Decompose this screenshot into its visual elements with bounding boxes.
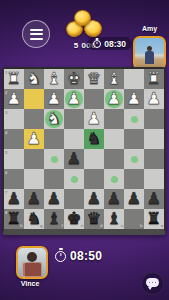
rank-label-1: 1 xyxy=(5,70,7,74)
piece-white-pawn-f2[interactable]: ♟ xyxy=(44,89,64,109)
player-avatar[interactable] xyxy=(16,246,48,279)
piece-white-pawn-a2[interactable]: ♟ xyxy=(144,89,164,109)
piece-white-pawn-d3[interactable]: ♟ xyxy=(84,109,104,129)
file-label-f: f xyxy=(62,224,63,228)
square-g6[interactable] xyxy=(24,169,44,189)
file-label-d: d xyxy=(100,224,103,228)
square-d6[interactable] xyxy=(84,169,104,189)
piece-black-pawn-g7[interactable]: ♟ xyxy=(24,189,44,209)
square-a6[interactable] xyxy=(144,169,164,189)
piece-black-pawn-f7[interactable]: ♟ xyxy=(44,189,64,209)
square-c5[interactable] xyxy=(104,149,124,169)
rank-label-6: 6 xyxy=(5,170,7,174)
piece-black-pawn-d7[interactable]: ♟ xyxy=(84,189,104,209)
chess-board: ♜1♞♝♚♛♝♜♟2♟♟♟♟♟3♞♟4♟♞5♟6♟7♟♟♟♟♟♟♜8h♞g♝f♚… xyxy=(4,69,164,229)
file-label-g: g xyxy=(40,224,43,228)
rank-label-2: 2 xyxy=(5,90,7,94)
hamburger-icon xyxy=(30,33,43,35)
player-clock-value: 08:50 xyxy=(70,249,102,263)
piece-white-pawn-g4[interactable]: ♟ xyxy=(24,129,44,149)
square-b6[interactable] xyxy=(124,169,144,189)
square-f8[interactable]: ♝f xyxy=(44,209,64,229)
square-a7[interactable]: ♟ xyxy=(144,189,164,209)
stopwatch-icon xyxy=(55,251,66,262)
file-label-h: h xyxy=(20,224,23,228)
square-a1[interactable]: ♜ xyxy=(144,69,164,89)
square-h5[interactable]: 5 xyxy=(4,149,24,169)
square-a3[interactable] xyxy=(144,109,164,129)
piece-white-bishop-c1[interactable]: ♝ xyxy=(104,69,124,89)
square-c7[interactable]: ♟ xyxy=(104,189,124,209)
square-h1[interactable]: ♜1 xyxy=(4,69,24,89)
square-e1[interactable]: ♚ xyxy=(64,69,84,89)
file-label-a: a xyxy=(161,224,163,228)
person-silhouette xyxy=(27,252,37,262)
person-silhouette xyxy=(22,262,42,277)
square-e4[interactable] xyxy=(64,129,84,149)
square-a5[interactable] xyxy=(144,149,164,169)
move-hint-dot xyxy=(131,156,138,163)
piece-black-pawn-c7[interactable]: ♟ xyxy=(104,189,124,209)
square-d2[interactable] xyxy=(84,89,104,109)
file-label-e: e xyxy=(81,224,83,228)
square-g8[interactable]: ♞g xyxy=(24,209,44,229)
move-hint-dot xyxy=(131,116,138,123)
square-f5[interactable] xyxy=(44,149,64,169)
square-e7[interactable] xyxy=(64,189,84,209)
square-g3[interactable] xyxy=(24,109,44,129)
square-c4[interactable] xyxy=(104,129,124,149)
square-b4[interactable] xyxy=(124,129,144,149)
square-f2[interactable]: ♟ xyxy=(44,89,64,109)
square-a4[interactable] xyxy=(144,129,164,149)
piece-black-pawn-e5[interactable]: ♟ xyxy=(64,149,84,169)
hamburger-icon xyxy=(30,38,43,40)
square-b8[interactable]: b xyxy=(124,209,144,229)
hamburger-icon xyxy=(30,29,43,31)
chess-app-screen: 5 000 Amy 08:30 ♜1♞♝♚♛♝♜♟2♟♟♟♟♟3♞♟4♟♞5♟6… xyxy=(0,0,169,300)
square-b7[interactable]: ♟ xyxy=(124,189,144,209)
player-timer: 08:50 xyxy=(55,249,102,263)
square-c2[interactable]: ♟ xyxy=(104,89,124,109)
square-g5[interactable] xyxy=(24,149,44,169)
person-silhouette xyxy=(145,51,154,64)
square-g7[interactable]: ♟ xyxy=(24,189,44,209)
square-e6[interactable] xyxy=(64,169,84,189)
move-hint-dot xyxy=(111,176,118,183)
piece-white-queen-d1[interactable]: ♛ xyxy=(84,69,104,89)
piece-white-knight-f3[interactable]: ♞ xyxy=(44,109,64,129)
square-d1[interactable]: ♛ xyxy=(84,69,104,89)
piece-white-pawn-c2[interactable]: ♟ xyxy=(104,89,124,109)
piece-white-bishop-f1[interactable]: ♝ xyxy=(44,69,64,89)
square-b3[interactable] xyxy=(124,109,144,129)
file-label-b: b xyxy=(140,224,143,228)
move-hint-dot xyxy=(51,156,58,163)
piece-white-rook-a1[interactable]: ♜ xyxy=(144,69,164,89)
square-b5[interactable] xyxy=(124,149,144,169)
square-e3[interactable] xyxy=(64,109,84,129)
square-h8[interactable]: ♜8h xyxy=(4,209,24,229)
square-f6[interactable] xyxy=(44,169,64,189)
player-photo xyxy=(18,248,46,277)
square-c3[interactable] xyxy=(104,109,124,129)
piece-white-pawn-e2[interactable]: ♟ xyxy=(64,89,84,109)
file-label-c: c xyxy=(121,224,123,228)
square-e2[interactable]: ♟ xyxy=(64,89,84,109)
opponent-photo xyxy=(135,38,164,68)
piece-black-knight-d4[interactable]: ♞ xyxy=(84,129,104,149)
piece-black-pawn-a7[interactable]: ♟ xyxy=(144,189,164,209)
square-h2[interactable]: ♟2 xyxy=(4,89,24,109)
square-d8[interactable]: ♛d xyxy=(84,209,104,229)
square-c6[interactable] xyxy=(104,169,124,189)
opponent-clock-value: 08:30 xyxy=(104,39,126,49)
opponent-name: Amy xyxy=(131,25,168,32)
opponent-avatar[interactable] xyxy=(133,36,166,70)
square-c1[interactable]: ♝ xyxy=(104,69,124,89)
square-f3[interactable]: ♞ xyxy=(44,109,64,129)
rank-label-7: 7 xyxy=(5,190,7,194)
menu-button[interactable] xyxy=(22,20,50,48)
rank-label-3: 3 xyxy=(5,110,7,114)
square-a2[interactable]: ♟ xyxy=(144,89,164,109)
square-f4[interactable] xyxy=(44,129,64,149)
square-h6[interactable]: 6 xyxy=(4,169,24,189)
square-g1[interactable]: ♞ xyxy=(24,69,44,89)
square-h3[interactable]: 3 xyxy=(4,109,24,129)
chat-button[interactable] xyxy=(141,272,164,295)
rank-label-8: 8 xyxy=(5,210,7,214)
piece-white-knight-g1[interactable]: ♞ xyxy=(24,69,44,89)
square-h4[interactable]: 4 xyxy=(4,129,24,149)
square-d3[interactable]: ♟ xyxy=(84,109,104,129)
piece-black-pawn-b7[interactable]: ♟ xyxy=(124,189,144,209)
square-e8[interactable]: ♚e xyxy=(64,209,84,229)
move-hint-dot xyxy=(71,176,78,183)
square-d7[interactable]: ♟ xyxy=(84,189,104,209)
square-b2[interactable]: ♟ xyxy=(124,89,144,109)
square-c8[interactable]: ♝c xyxy=(104,209,124,229)
rank-label-4: 4 xyxy=(5,130,7,134)
rank-label-5: 5 xyxy=(5,150,7,154)
square-f1[interactable]: ♝ xyxy=(44,69,64,89)
board-frame: ♜1♞♝♚♛♝♜♟2♟♟♟♟♟3♞♟4♟♞5♟6♟7♟♟♟♟♟♟♜8h♞g♝f♚… xyxy=(2,67,166,235)
chat-bubble-icon xyxy=(146,278,159,287)
piece-white-king-e1[interactable]: ♚ xyxy=(64,69,84,89)
coins-icon xyxy=(64,10,106,40)
square-b1[interactable] xyxy=(124,69,144,89)
square-g2[interactable] xyxy=(24,89,44,109)
square-g4[interactable]: ♟ xyxy=(24,129,44,149)
piece-white-pawn-b2[interactable]: ♟ xyxy=(124,89,144,109)
square-d5[interactable] xyxy=(84,149,104,169)
square-f7[interactable]: ♟ xyxy=(44,189,64,209)
player-name: Vince xyxy=(10,280,50,287)
square-a8[interactable]: ♜a xyxy=(144,209,164,229)
square-e5[interactable]: ♟ xyxy=(64,149,84,169)
opponent-timer: 08:30 xyxy=(87,37,132,50)
square-h7[interactable]: ♟7 xyxy=(4,189,24,209)
stopwatch-icon xyxy=(93,40,101,48)
square-d4[interactable]: ♞ xyxy=(84,129,104,149)
